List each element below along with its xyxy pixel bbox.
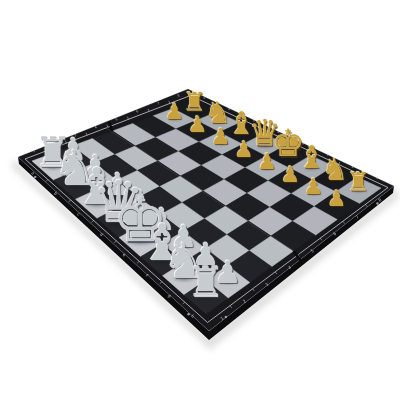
piece-gold-pawn-a7: ♟ — [165, 101, 185, 123]
piece-gold-bishop-f8: ♝ — [298, 142, 326, 173]
piece-gold-pawn-b7: ♟ — [188, 114, 208, 136]
piece-gold-pawn-g7: ♟ — [304, 176, 324, 198]
piece-silver-pawn-g2: ♟ — [192, 239, 220, 270]
piece-silver-pawn-d2: ♟ — [126, 186, 154, 217]
piece-shadow-g8 — [325, 177, 345, 182]
piece-silver-pawn-c2: ♟ — [103, 168, 131, 199]
piece-shadow-a1 — [39, 164, 67, 171]
chess-pieces-layer: ♜♞♝♛♚♝♞♜♟♟♟♟♟♟♟♟♟♟♟♟♟♟♟♟♜♞♝♛♚♝♞♜ — [0, 0, 400, 400]
piece-silver-pawn-f2: ♟ — [170, 221, 198, 252]
piece-gold-bishop-c8: ♝ — [228, 108, 256, 139]
piece-silver-knight-b1: ♞ — [53, 144, 97, 193]
piece-shadow-e7 — [260, 167, 275, 171]
piece-gold-pawn-d7: ♟ — [234, 138, 254, 160]
piece-shadow-h7 — [329, 205, 344, 209]
piece-shadow-c1 — [80, 200, 114, 209]
piece-shadow-b8 — [208, 120, 228, 125]
piece-gold-pawn-e7: ♟ — [257, 151, 277, 173]
piece-silver-pawn-b2: ♟ — [81, 151, 109, 182]
piece-shadow-d1 — [99, 218, 137, 228]
piece-silver-bishop-f1: ♝ — [139, 217, 185, 268]
piece-silver-pawn-e2: ♟ — [148, 204, 176, 235]
piece-shadow-b7 — [190, 130, 205, 134]
piece-shadow-f2 — [173, 245, 193, 250]
piece-shadow-f1 — [145, 256, 179, 265]
piece-shadow-b2 — [85, 174, 105, 179]
piece-shadow-e8 — [276, 154, 300, 160]
chess-set-product-photo: abcdefgh12345678abcdefgh12345678 ♜♞♝♛♚♝♞… — [0, 0, 400, 400]
piece-gold-pawn-h7: ♟ — [327, 188, 347, 210]
piece-gold-queen-d8: ♛ — [249, 115, 281, 151]
piece-silver-king-e1: ♚ — [113, 189, 168, 250]
piece-shadow-a8 — [186, 109, 203, 113]
piece-shadow-e2 — [151, 227, 171, 232]
piece-gold-pawn-f7: ♟ — [280, 163, 300, 185]
piece-gold-pawn-c7: ♟ — [211, 126, 231, 148]
piece-shadow-h8 — [350, 189, 367, 193]
piece-silver-rook-h1: ♜ — [187, 262, 225, 304]
piece-shadow-g2 — [195, 262, 215, 267]
piece-shadow-g7 — [306, 192, 321, 196]
piece-gold-rook-a8: ♜ — [183, 90, 206, 116]
piece-shadow-c8 — [231, 132, 251, 137]
piece-gold-knight-b8: ♞ — [205, 97, 232, 127]
piece-shadow-d8 — [253, 143, 277, 149]
piece-shadow-f8 — [301, 166, 321, 171]
piece-shadow-h1 — [192, 294, 220, 301]
piece-shadow-h2 — [218, 280, 238, 285]
piece-silver-bishop-c1: ♝ — [74, 161, 120, 212]
piece-silver-pawn-a2: ♟ — [59, 133, 87, 164]
piece-shadow-c2 — [107, 192, 127, 197]
piece-shadow-d2 — [129, 210, 149, 215]
piece-silver-pawn-h2: ♟ — [214, 256, 242, 287]
piece-shadow-a7 — [167, 118, 182, 122]
piece-shadow-f7 — [283, 180, 298, 184]
piece-shadow-c7 — [213, 142, 228, 146]
piece-shadow-g1 — [168, 275, 200, 283]
piece-gold-king-e8: ♚ — [272, 125, 305, 162]
piece-shadow-a2 — [63, 157, 83, 162]
piece-silver-knight-g1: ♞ — [162, 237, 206, 286]
piece-shadow-b1 — [59, 182, 91, 190]
piece-gold-rook-h8: ♜ — [347, 169, 370, 195]
piece-silver-queen-d1: ♛ — [93, 173, 145, 231]
piece-silver-rook-a1: ♜ — [34, 132, 72, 174]
piece-gold-knight-g8: ♞ — [322, 154, 349, 184]
piece-shadow-e1 — [120, 237, 160, 247]
piece-shadow-d7 — [237, 155, 252, 159]
